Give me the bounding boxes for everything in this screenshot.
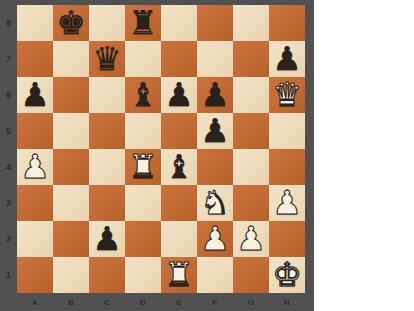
piece-black-pawn-h7[interactable]: ♟ xyxy=(269,41,305,77)
square-f5[interactable]: ♟ xyxy=(197,113,233,149)
square-h3[interactable]: ♟ xyxy=(269,185,305,221)
piece-white-pawn-h3[interactable]: ♟ xyxy=(269,185,305,221)
square-d8[interactable]: ♜ xyxy=(125,5,161,41)
square-d4[interactable]: ♜ xyxy=(125,149,161,185)
piece-white-king-h1[interactable]: ♚ xyxy=(269,257,305,293)
square-h7[interactable]: ♟ xyxy=(269,41,305,77)
square-e2[interactable] xyxy=(161,221,197,257)
square-b8[interactable]: ♚ xyxy=(53,5,89,41)
square-h6[interactable]: ♛ xyxy=(269,77,305,113)
square-e6[interactable]: ♟ xyxy=(161,77,197,113)
square-f8[interactable] xyxy=(197,5,233,41)
square-f3[interactable]: ♞ xyxy=(197,185,233,221)
square-g4[interactable] xyxy=(233,149,269,185)
piece-white-queen-h6[interactable]: ♛ xyxy=(269,77,305,113)
square-e3[interactable] xyxy=(161,185,197,221)
square-d5[interactable] xyxy=(125,113,161,149)
chess-app-window: 87654321 ♚♜♛♟♟♝♟♟♛♟♟♜♝♞♟♟♟♟♜♚ ABCDEFGH xyxy=(0,0,414,311)
square-b2[interactable] xyxy=(53,221,89,257)
piece-white-knight-f3[interactable]: ♞ xyxy=(197,185,233,221)
square-a2[interactable] xyxy=(17,221,53,257)
piece-black-bishop-d6[interactable]: ♝ xyxy=(125,77,161,113)
rank-label-2: 2 xyxy=(0,221,17,257)
square-e8[interactable] xyxy=(161,5,197,41)
piece-black-bishop-e4[interactable]: ♝ xyxy=(161,149,197,185)
square-c5[interactable] xyxy=(89,113,125,149)
file-labels: ABCDEFGH xyxy=(17,293,305,311)
square-a3[interactable] xyxy=(17,185,53,221)
square-a5[interactable] xyxy=(17,113,53,149)
file-label-g: G xyxy=(233,293,269,311)
square-b3[interactable] xyxy=(53,185,89,221)
square-g5[interactable] xyxy=(233,113,269,149)
file-label-c: C xyxy=(89,293,125,311)
rank-label-5: 5 xyxy=(0,113,17,149)
board-frame: 87654321 ♚♜♛♟♟♝♟♟♛♟♟♜♝♞♟♟♟♟♜♚ ABCDEFGH xyxy=(0,0,314,311)
square-f2[interactable]: ♟ xyxy=(197,221,233,257)
chess-board: ♚♜♛♟♟♝♟♟♛♟♟♜♝♞♟♟♟♟♜♚ xyxy=(17,5,305,293)
piece-black-queen-c7[interactable]: ♛ xyxy=(89,41,125,77)
square-a7[interactable] xyxy=(17,41,53,77)
piece-white-rook-e1[interactable]: ♜ xyxy=(161,257,197,293)
square-e5[interactable] xyxy=(161,113,197,149)
square-c6[interactable] xyxy=(89,77,125,113)
square-h8[interactable] xyxy=(269,5,305,41)
piece-black-pawn-c2[interactable]: ♟ xyxy=(89,221,125,257)
square-f7[interactable] xyxy=(197,41,233,77)
square-h5[interactable] xyxy=(269,113,305,149)
square-h1[interactable]: ♚ xyxy=(269,257,305,293)
square-b5[interactable] xyxy=(53,113,89,149)
square-c3[interactable] xyxy=(89,185,125,221)
square-e1[interactable]: ♜ xyxy=(161,257,197,293)
piece-black-king-b8[interactable]: ♚ xyxy=(53,5,89,41)
square-c4[interactable] xyxy=(89,149,125,185)
square-a1[interactable] xyxy=(17,257,53,293)
square-d6[interactable]: ♝ xyxy=(125,77,161,113)
square-g6[interactable] xyxy=(233,77,269,113)
piece-white-pawn-f2[interactable]: ♟ xyxy=(197,221,233,257)
rank-labels: 87654321 xyxy=(0,5,17,293)
rank-label-1: 1 xyxy=(0,257,17,293)
square-a4[interactable]: ♟ xyxy=(17,149,53,185)
piece-white-rook-d4[interactable]: ♜ xyxy=(125,149,161,185)
square-b6[interactable] xyxy=(53,77,89,113)
square-b4[interactable] xyxy=(53,149,89,185)
square-f1[interactable] xyxy=(197,257,233,293)
square-d7[interactable] xyxy=(125,41,161,77)
piece-black-pawn-f5[interactable]: ♟ xyxy=(197,113,233,149)
square-h4[interactable] xyxy=(269,149,305,185)
rank-label-6: 6 xyxy=(0,77,17,113)
square-d1[interactable] xyxy=(125,257,161,293)
square-f4[interactable] xyxy=(197,149,233,185)
piece-black-pawn-e6[interactable]: ♟ xyxy=(161,77,197,113)
rank-label-8: 8 xyxy=(0,5,17,41)
piece-black-pawn-f6[interactable]: ♟ xyxy=(197,77,233,113)
square-c8[interactable] xyxy=(89,5,125,41)
square-g2[interactable]: ♟ xyxy=(233,221,269,257)
square-f6[interactable]: ♟ xyxy=(197,77,233,113)
square-g1[interactable] xyxy=(233,257,269,293)
piece-black-rook-d8[interactable]: ♜ xyxy=(125,5,161,41)
square-c1[interactable] xyxy=(89,257,125,293)
square-a6[interactable]: ♟ xyxy=(17,77,53,113)
square-g8[interactable] xyxy=(233,5,269,41)
file-label-a: A xyxy=(17,293,53,311)
square-d2[interactable] xyxy=(125,221,161,257)
square-b7[interactable] xyxy=(53,41,89,77)
square-b1[interactable] xyxy=(53,257,89,293)
square-c7[interactable]: ♛ xyxy=(89,41,125,77)
rank-label-7: 7 xyxy=(0,41,17,77)
square-e4[interactable]: ♝ xyxy=(161,149,197,185)
square-g3[interactable] xyxy=(233,185,269,221)
piece-black-pawn-a6[interactable]: ♟ xyxy=(17,77,53,113)
square-g7[interactable] xyxy=(233,41,269,77)
file-label-h: H xyxy=(269,293,305,311)
rank-label-3: 3 xyxy=(0,185,17,221)
square-e7[interactable] xyxy=(161,41,197,77)
square-h2[interactable] xyxy=(269,221,305,257)
file-label-b: B xyxy=(53,293,89,311)
rank-label-4: 4 xyxy=(0,149,17,185)
piece-white-pawn-a4[interactable]: ♟ xyxy=(17,149,53,185)
file-label-e: E xyxy=(161,293,197,311)
piece-white-pawn-g2[interactable]: ♟ xyxy=(233,221,269,257)
square-a8[interactable] xyxy=(17,5,53,41)
file-label-f: F xyxy=(197,293,233,311)
square-d3[interactable] xyxy=(125,185,161,221)
file-label-d: D xyxy=(125,293,161,311)
square-c2[interactable]: ♟ xyxy=(89,221,125,257)
